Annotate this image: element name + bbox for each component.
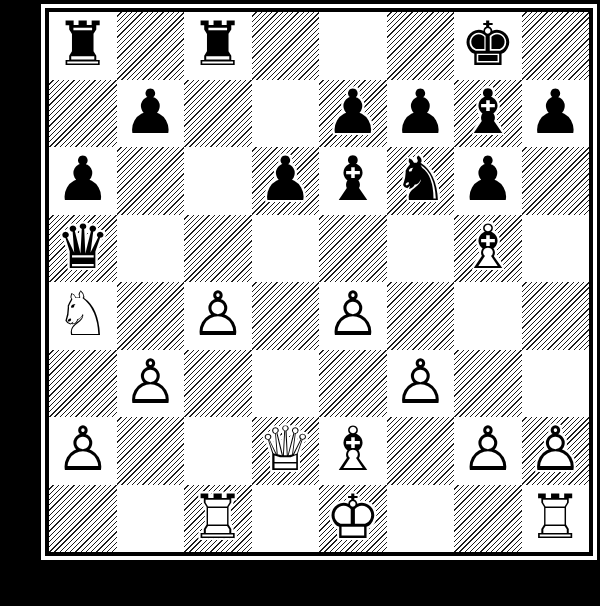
black-pawn: ♟︎♟︎ <box>49 147 117 215</box>
square-f7[interactable]: ♟︎♟︎ <box>387 80 455 148</box>
square-c8[interactable]: ♜︎♜︎ <box>184 12 252 80</box>
page-background: ♜︎♜︎♜︎♜︎♚︎♚︎♟︎♟︎♟︎♟︎♟︎♟︎♝︎♝︎♟︎♟︎♟︎♟︎♟︎♟︎… <box>0 0 600 606</box>
square-h3[interactable] <box>522 350 590 418</box>
piece-glyph: ♙︎ <box>522 417 590 483</box>
square-e7[interactable]: ♟︎♟︎ <box>319 80 387 148</box>
square-d2[interactable]: ♛︎♕︎ <box>252 417 320 485</box>
square-f5[interactable] <box>387 215 455 283</box>
white-pawn: ♟︎♙︎ <box>319 282 387 350</box>
square-g2[interactable]: ♟︎♙︎ <box>454 417 522 485</box>
piece-glyph: ♟︎ <box>49 147 117 213</box>
black-bishop: ♝︎♝︎ <box>454 80 522 148</box>
white-pawn: ♟︎♙︎ <box>454 417 522 485</box>
square-b1[interactable] <box>117 485 185 553</box>
black-pawn: ♟︎♟︎ <box>522 80 590 148</box>
white-knight: ♞︎♘︎ <box>49 282 117 350</box>
square-c5[interactable] <box>184 215 252 283</box>
piece-glyph: ♟︎ <box>252 147 320 213</box>
piece-glyph: ♚︎ <box>454 12 522 78</box>
square-a5[interactable]: ♛︎♛︎ <box>49 215 117 283</box>
black-pawn: ♟︎♟︎ <box>454 147 522 215</box>
black-queen: ♛︎♛︎ <box>49 215 117 283</box>
square-h7[interactable]: ♟︎♟︎ <box>522 80 590 148</box>
square-a2[interactable]: ♟︎♙︎ <box>49 417 117 485</box>
square-a1[interactable] <box>49 485 117 553</box>
black-king: ♚︎♚︎ <box>454 12 522 80</box>
white-pawn: ♟︎♙︎ <box>49 417 117 485</box>
black-knight: ♞︎♞︎ <box>387 147 455 215</box>
square-a6[interactable]: ♟︎♟︎ <box>49 147 117 215</box>
square-a8[interactable]: ♜︎♜︎ <box>49 12 117 80</box>
square-c6[interactable] <box>184 147 252 215</box>
square-g7[interactable]: ♝︎♝︎ <box>454 80 522 148</box>
square-b3[interactable]: ♟︎♙︎ <box>117 350 185 418</box>
square-g5[interactable]: ♝︎♗︎ <box>454 215 522 283</box>
white-bishop: ♝︎♗︎ <box>454 215 522 283</box>
square-g6[interactable]: ♟︎♟︎ <box>454 147 522 215</box>
piece-glyph: ♙︎ <box>117 350 185 416</box>
piece-glyph: ♟︎ <box>522 80 590 146</box>
square-h8[interactable] <box>522 12 590 80</box>
square-a3[interactable] <box>49 350 117 418</box>
piece-glyph: ♙︎ <box>454 417 522 483</box>
square-d6[interactable]: ♟︎♟︎ <box>252 147 320 215</box>
piece-glyph: ♖︎ <box>184 485 252 551</box>
piece-glyph: ♗︎ <box>454 215 522 281</box>
board-frame: ♜︎♜︎♜︎♜︎♚︎♚︎♟︎♟︎♟︎♟︎♟︎♟︎♝︎♝︎♟︎♟︎♟︎♟︎♟︎♟︎… <box>41 4 597 560</box>
square-g1[interactable] <box>454 485 522 553</box>
white-queen: ♛︎♕︎ <box>252 417 320 485</box>
square-d5[interactable] <box>252 215 320 283</box>
square-d7[interactable] <box>252 80 320 148</box>
square-g3[interactable] <box>454 350 522 418</box>
square-f2[interactable] <box>387 417 455 485</box>
square-e5[interactable] <box>319 215 387 283</box>
square-e8[interactable] <box>319 12 387 80</box>
piece-glyph: ♗︎ <box>319 417 387 483</box>
square-c7[interactable] <box>184 80 252 148</box>
square-f4[interactable] <box>387 282 455 350</box>
square-c3[interactable] <box>184 350 252 418</box>
black-pawn: ♟︎♟︎ <box>387 80 455 148</box>
square-f8[interactable] <box>387 12 455 80</box>
piece-glyph: ♔︎ <box>319 485 387 551</box>
piece-glyph: ♝︎ <box>454 80 522 146</box>
square-c4[interactable]: ♟︎♙︎ <box>184 282 252 350</box>
white-bishop: ♝︎♗︎ <box>319 417 387 485</box>
piece-glyph: ♝︎ <box>319 147 387 213</box>
square-e1[interactable]: ♚︎♔︎ <box>319 485 387 553</box>
piece-glyph: ♙︎ <box>319 282 387 348</box>
black-pawn: ♟︎♟︎ <box>252 147 320 215</box>
square-b6[interactable] <box>117 147 185 215</box>
piece-glyph: ♜︎ <box>49 12 117 78</box>
square-e2[interactable]: ♝︎♗︎ <box>319 417 387 485</box>
piece-glyph: ♟︎ <box>117 80 185 146</box>
square-d3[interactable] <box>252 350 320 418</box>
square-g4[interactable] <box>454 282 522 350</box>
piece-glyph: ♙︎ <box>49 417 117 483</box>
square-e4[interactable]: ♟︎♙︎ <box>319 282 387 350</box>
square-h6[interactable] <box>522 147 590 215</box>
piece-glyph: ♟︎ <box>454 147 522 213</box>
piece-glyph: ♘︎ <box>49 282 117 348</box>
white-rook: ♜︎♖︎ <box>184 485 252 553</box>
square-e3[interactable] <box>319 350 387 418</box>
square-f1[interactable] <box>387 485 455 553</box>
white-pawn: ♟︎♙︎ <box>387 350 455 418</box>
square-d4[interactable] <box>252 282 320 350</box>
square-b4[interactable] <box>117 282 185 350</box>
square-g8[interactable]: ♚︎♚︎ <box>454 12 522 80</box>
piece-glyph: ♕︎ <box>252 417 320 483</box>
black-pawn: ♟︎♟︎ <box>319 80 387 148</box>
black-pawn: ♟︎♟︎ <box>117 80 185 148</box>
piece-glyph: ♙︎ <box>184 282 252 348</box>
piece-glyph: ♜︎ <box>184 12 252 78</box>
square-f6[interactable]: ♞︎♞︎ <box>387 147 455 215</box>
square-d1[interactable] <box>252 485 320 553</box>
square-d8[interactable] <box>252 12 320 80</box>
white-pawn: ♟︎♙︎ <box>117 350 185 418</box>
piece-glyph: ♟︎ <box>387 80 455 146</box>
piece-glyph: ♞︎ <box>387 147 455 213</box>
square-c2[interactable] <box>184 417 252 485</box>
square-c1[interactable]: ♜︎♖︎ <box>184 485 252 553</box>
square-b7[interactable]: ♟︎♟︎ <box>117 80 185 148</box>
square-h2[interactable]: ♟︎♙︎ <box>522 417 590 485</box>
square-f3[interactable]: ♟︎♙︎ <box>387 350 455 418</box>
square-e6[interactable]: ♝︎♝︎ <box>319 147 387 215</box>
square-b2[interactable] <box>117 417 185 485</box>
white-king: ♚︎♔︎ <box>319 485 387 553</box>
square-h5[interactable] <box>522 215 590 283</box>
piece-glyph: ♙︎ <box>387 350 455 416</box>
black-rook: ♜︎♜︎ <box>184 12 252 80</box>
white-rook: ♜︎♖︎ <box>522 485 590 553</box>
board: ♜︎♜︎♜︎♜︎♚︎♚︎♟︎♟︎♟︎♟︎♟︎♟︎♝︎♝︎♟︎♟︎♟︎♟︎♟︎♟︎… <box>45 8 593 556</box>
black-rook: ♜︎♜︎ <box>49 12 117 80</box>
black-bishop: ♝︎♝︎ <box>319 147 387 215</box>
white-pawn: ♟︎♙︎ <box>522 417 590 485</box>
square-b8[interactable] <box>117 12 185 80</box>
white-pawn: ♟︎♙︎ <box>184 282 252 350</box>
piece-glyph: ♟︎ <box>319 80 387 146</box>
piece-glyph: ♖︎ <box>522 485 590 551</box>
square-h1[interactable]: ♜︎♖︎ <box>522 485 590 553</box>
square-a4[interactable]: ♞︎♘︎ <box>49 282 117 350</box>
square-h4[interactable] <box>522 282 590 350</box>
square-b5[interactable] <box>117 215 185 283</box>
piece-glyph: ♛︎ <box>49 215 117 281</box>
square-a7[interactable] <box>49 80 117 148</box>
